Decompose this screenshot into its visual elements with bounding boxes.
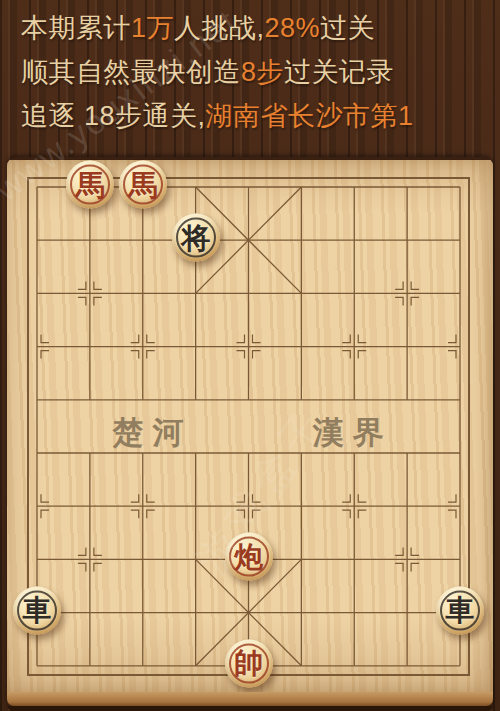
stats-text: 过关记录	[284, 57, 394, 87]
stats-line-player: 追逐 18步通关,湖南省长沙市第1	[21, 101, 491, 131]
piece-glyph: 馬	[128, 170, 157, 199]
piece-red-cannon[interactable]: 炮	[225, 533, 273, 581]
piece-red-horse-right[interactable]: 馬	[119, 161, 167, 209]
piece-black-general[interactable]: 将	[172, 214, 220, 262]
participant-count: 1万	[131, 13, 174, 43]
piece-glyph: 将	[181, 223, 210, 252]
stats-line-participants: 本期累计1万人挑战,28%过关	[21, 13, 491, 43]
board-under-shadow	[7, 706, 493, 711]
river-label-han: 漢界	[304, 412, 393, 454]
stats-text: 本期累计	[21, 13, 131, 43]
xiangqi-board: 楚河 漢界 馬馬将炮車車帥	[7, 157, 493, 711]
piece-glyph: 車	[23, 596, 52, 625]
river-label-chu: 楚河	[104, 412, 193, 454]
piece-black-chariot-right[interactable]: 車	[436, 586, 484, 634]
piece-glyph: 馬	[75, 170, 104, 199]
stats-line-record: 顺其自然最快创造8步过关记录	[21, 57, 491, 87]
app-screen: 本期累计1万人挑战,28%过关 顺其自然最快创造8步过关记录 追逐 18步通关,…	[0, 0, 500, 711]
board-surface[interactable]: 楚河 漢界 馬馬将炮車車帥	[7, 160, 493, 692]
challenge-stats: 本期累计1万人挑战,28%过关 顺其自然最快创造8步过关记录 追逐 18步通关,…	[21, 13, 491, 145]
player-result: 追逐 18步通关,	[21, 101, 206, 131]
piece-red-general[interactable]: 帥	[225, 639, 273, 687]
piece-black-chariot-left[interactable]: 車	[13, 586, 61, 634]
stats-text: 顺其自然最快创造	[21, 57, 241, 87]
piece-red-horse-left[interactable]: 馬	[66, 161, 114, 209]
piece-glyph: 炮	[234, 542, 263, 571]
record-steps: 8步	[241, 57, 284, 87]
piece-glyph: 車	[446, 596, 475, 625]
board-bevel-edge	[7, 692, 493, 706]
stats-text: 人挑战,	[174, 13, 265, 43]
pass-rate: 28%	[265, 13, 321, 43]
board-grid-lines	[7, 160, 493, 692]
stats-text: 过关	[320, 13, 375, 43]
piece-glyph: 帥	[234, 649, 263, 678]
player-region-rank: 湖南省长沙市第1	[206, 101, 414, 131]
